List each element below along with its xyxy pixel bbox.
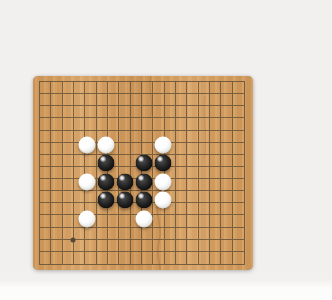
black-stone[interactable] [116, 173, 133, 190]
white-stone[interactable] [154, 173, 171, 190]
white-stone[interactable] [79, 173, 96, 190]
white-stone[interactable] [154, 192, 171, 209]
black-stone[interactable] [135, 173, 152, 190]
black-stone[interactable] [154, 155, 171, 172]
black-stone[interactable] [135, 155, 152, 172]
black-stone[interactable] [97, 192, 114, 209]
white-stone[interactable] [79, 136, 96, 153]
stones-layer [33, 76, 253, 270]
black-stone[interactable] [135, 192, 152, 209]
screenshot-canvas [0, 0, 332, 300]
white-stone[interactable] [154, 136, 171, 153]
go-board[interactable] [33, 76, 253, 270]
black-stone[interactable] [116, 192, 133, 209]
black-stone[interactable] [97, 173, 114, 190]
black-stone[interactable] [97, 155, 114, 172]
white-stone[interactable] [135, 210, 152, 227]
white-stone[interactable] [97, 136, 114, 153]
white-stone[interactable] [79, 210, 96, 227]
